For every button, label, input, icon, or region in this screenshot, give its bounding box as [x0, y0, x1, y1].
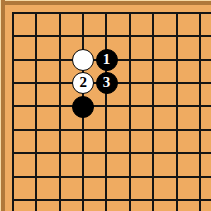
board-edge-top	[0, 0, 211, 5]
stone-white: 2	[72, 72, 94, 94]
stone-black: 3	[96, 72, 118, 94]
stone-white	[72, 49, 94, 71]
move-number: 2	[79, 75, 87, 91]
stone-black: 1	[96, 49, 118, 71]
move-number: 3	[103, 75, 111, 91]
stones-layer: 123	[0, 0, 211, 211]
stone-black	[72, 96, 94, 118]
move-number: 1	[103, 52, 111, 68]
board-edge-left	[0, 0, 5, 211]
go-board-diagram: 123	[0, 0, 211, 211]
